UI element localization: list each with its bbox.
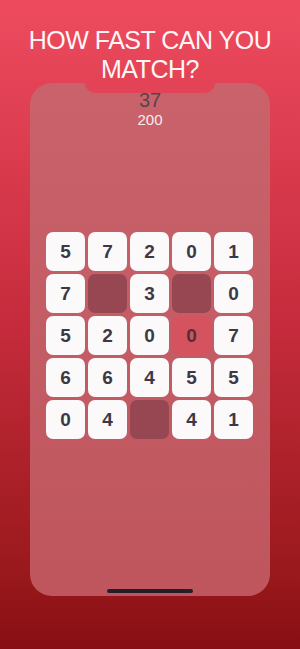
- tile-r2c2[interactable]: [88, 274, 127, 313]
- tile-r2c4[interactable]: [172, 274, 211, 313]
- tile-r4c4[interactable]: 5: [172, 358, 211, 397]
- app-store-screenshot: HOW FAST CAN YOU MATCH? 37 200 572017305…: [0, 0, 300, 649]
- tile-r2c5[interactable]: 0: [214, 274, 253, 313]
- tile-r1c1[interactable]: 5: [46, 232, 85, 271]
- score-value: 37: [30, 90, 270, 111]
- tile-r2c3[interactable]: 3: [130, 274, 169, 313]
- tile-r3c3[interactable]: 0: [130, 316, 169, 355]
- tile-r3c1[interactable]: 5: [46, 316, 85, 355]
- target-value: 200: [30, 112, 270, 127]
- tile-r4c2[interactable]: 6: [88, 358, 127, 397]
- tile-r5c5[interactable]: 1: [214, 400, 253, 439]
- tile-r4c3[interactable]: 4: [130, 358, 169, 397]
- tile-r5c1[interactable]: 0: [46, 400, 85, 439]
- iphone-frame: 37 200 5720173052007664550441: [30, 83, 270, 596]
- tile-r3c2[interactable]: 2: [88, 316, 127, 355]
- tile-r4c5[interactable]: 5: [214, 358, 253, 397]
- home-indicator: [107, 589, 193, 593]
- tile-r5c4[interactable]: 4: [172, 400, 211, 439]
- tile-r5c3[interactable]: [130, 400, 169, 439]
- tile-r1c2[interactable]: 7: [88, 232, 127, 271]
- tile-r4c1[interactable]: 6: [46, 358, 85, 397]
- tile-r5c2[interactable]: 4: [88, 400, 127, 439]
- board-grid: 5720173052007664550441: [46, 232, 253, 439]
- tile-r2c1[interactable]: 7: [46, 274, 85, 313]
- screenshot-caption: HOW FAST CAN YOU MATCH?: [0, 26, 300, 84]
- tile-r1c5[interactable]: 1: [214, 232, 253, 271]
- tile-r1c4[interactable]: 0: [172, 232, 211, 271]
- tile-r1c3[interactable]: 2: [130, 232, 169, 271]
- tile-r3c4[interactable]: 0: [172, 316, 211, 355]
- tile-r3c5[interactable]: 7: [214, 316, 253, 355]
- score-panel: 37 200: [30, 90, 270, 127]
